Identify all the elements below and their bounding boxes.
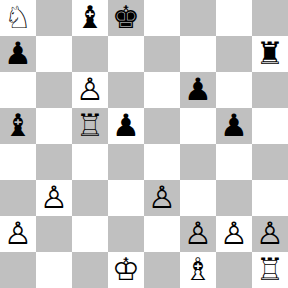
square-h1[interactable]: ♖ (252, 252, 288, 288)
square-c1[interactable] (72, 252, 108, 288)
square-c3[interactable] (72, 180, 108, 216)
square-a3[interactable] (0, 180, 36, 216)
square-g7[interactable] (216, 36, 252, 72)
white-pawn-piece: ♙ (4, 215, 32, 251)
square-g8[interactable] (216, 0, 252, 36)
square-e3[interactable]: ♙ (144, 180, 180, 216)
black-king-piece: ♚ (112, 0, 140, 35)
square-d8[interactable]: ♚ (108, 0, 144, 36)
square-g1[interactable] (216, 252, 252, 288)
square-b2[interactable] (36, 216, 72, 252)
square-f5[interactable] (180, 108, 216, 144)
square-f2[interactable]: ♙ (180, 216, 216, 252)
square-f6[interactable]: ♟ (180, 72, 216, 108)
square-d7[interactable] (108, 36, 144, 72)
square-b5[interactable] (36, 108, 72, 144)
black-pawn-piece: ♟ (220, 107, 248, 143)
square-e1[interactable] (144, 252, 180, 288)
square-a2[interactable]: ♙ (0, 216, 36, 252)
square-c7[interactable] (72, 36, 108, 72)
square-f3[interactable] (180, 180, 216, 216)
black-pawn-piece: ♟ (112, 107, 140, 143)
square-c6[interactable]: ♙ (72, 72, 108, 108)
square-a1[interactable] (0, 252, 36, 288)
square-b1[interactable] (36, 252, 72, 288)
square-c5[interactable]: ♖ (72, 108, 108, 144)
black-pawn-piece: ♟ (184, 71, 212, 107)
square-h7[interactable]: ♜ (252, 36, 288, 72)
white-knight-piece: ♘ (4, 0, 32, 35)
square-e5[interactable] (144, 108, 180, 144)
square-e7[interactable] (144, 36, 180, 72)
square-h3[interactable] (252, 180, 288, 216)
square-g5[interactable]: ♟ (216, 108, 252, 144)
square-d1[interactable]: ♔ (108, 252, 144, 288)
square-e8[interactable] (144, 0, 180, 36)
square-c4[interactable] (72, 144, 108, 180)
white-pawn-piece: ♙ (40, 179, 68, 215)
white-rook-piece: ♖ (256, 251, 284, 287)
square-b8[interactable] (36, 0, 72, 36)
white-rook-piece: ♖ (76, 107, 104, 143)
white-pawn-piece: ♙ (148, 179, 176, 215)
black-pawn-piece: ♟ (4, 35, 32, 71)
square-e6[interactable] (144, 72, 180, 108)
white-pawn-piece: ♙ (76, 71, 104, 107)
square-g2[interactable]: ♙ (216, 216, 252, 252)
square-h4[interactable] (252, 144, 288, 180)
white-king-piece: ♔ (112, 251, 140, 287)
square-d5[interactable]: ♟ (108, 108, 144, 144)
square-f8[interactable] (180, 0, 216, 36)
square-e2[interactable] (144, 216, 180, 252)
square-b7[interactable] (36, 36, 72, 72)
square-d3[interactable] (108, 180, 144, 216)
chess-board: ♘♝♚♟♜♙♟♝♖♟♟♙♙♙♙♙♙♔♗♖ (0, 0, 288, 288)
square-d6[interactable] (108, 72, 144, 108)
square-f1[interactable]: ♗ (180, 252, 216, 288)
square-d4[interactable] (108, 144, 144, 180)
square-a6[interactable] (0, 72, 36, 108)
square-h5[interactable] (252, 108, 288, 144)
white-pawn-piece: ♙ (220, 215, 248, 251)
white-bishop-piece: ♗ (184, 251, 212, 287)
square-g6[interactable] (216, 72, 252, 108)
square-h2[interactable]: ♙ (252, 216, 288, 252)
black-bishop-piece: ♝ (76, 0, 104, 35)
square-a8[interactable]: ♘ (0, 0, 36, 36)
black-bishop-piece: ♝ (4, 107, 32, 143)
square-b6[interactable] (36, 72, 72, 108)
square-c8[interactable]: ♝ (72, 0, 108, 36)
white-pawn-piece: ♙ (256, 215, 284, 251)
square-f4[interactable] (180, 144, 216, 180)
square-e4[interactable] (144, 144, 180, 180)
square-a5[interactable]: ♝ (0, 108, 36, 144)
square-h6[interactable] (252, 72, 288, 108)
square-f7[interactable] (180, 36, 216, 72)
square-b3[interactable]: ♙ (36, 180, 72, 216)
square-a7[interactable]: ♟ (0, 36, 36, 72)
square-b4[interactable] (36, 144, 72, 180)
square-a4[interactable] (0, 144, 36, 180)
square-c2[interactable] (72, 216, 108, 252)
white-pawn-piece: ♙ (184, 215, 212, 251)
square-d2[interactable] (108, 216, 144, 252)
square-h8[interactable] (252, 0, 288, 36)
square-g3[interactable] (216, 180, 252, 216)
square-g4[interactable] (216, 144, 252, 180)
black-rook-piece: ♜ (256, 35, 284, 71)
